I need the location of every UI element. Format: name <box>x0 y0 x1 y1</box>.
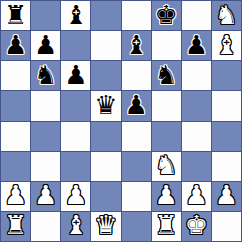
square-g2[interactable]: ♟ <box>182 182 211 211</box>
piece-black-bishop[interactable]: ♝ <box>64 2 87 28</box>
piece-white-rook[interactable]: ♜ <box>155 212 178 238</box>
square-c2[interactable]: ♟ <box>61 182 90 211</box>
square-e2[interactable] <box>122 182 151 211</box>
square-f5[interactable] <box>152 91 181 120</box>
piece-black-knight[interactable]: ♞ <box>155 62 178 88</box>
piece-white-knight[interactable]: ♞ <box>215 2 238 28</box>
square-a8[interactable]: ♜ <box>1 1 30 30</box>
piece-white-bishop[interactable]: ♝ <box>64 212 87 238</box>
piece-black-knight[interactable]: ♞ <box>34 62 57 88</box>
piece-black-pawn[interactable]: ♟ <box>185 32 208 58</box>
piece-white-pawn[interactable]: ♟ <box>4 182 27 208</box>
square-e5[interactable]: ♟ <box>122 91 151 120</box>
square-b5[interactable] <box>31 91 60 120</box>
square-d5[interactable]: ♛ <box>91 91 120 120</box>
square-h6[interactable] <box>212 61 241 90</box>
piece-black-pawn[interactable]: ♟ <box>34 32 57 58</box>
piece-black-king[interactable]: ♚ <box>155 2 178 28</box>
piece-black-queen[interactable]: ♛ <box>94 92 117 118</box>
square-c5[interactable] <box>61 91 90 120</box>
square-a2[interactable]: ♟ <box>1 182 30 211</box>
square-f6[interactable]: ♞ <box>152 61 181 90</box>
square-d7[interactable] <box>91 31 120 60</box>
square-c3[interactable] <box>61 152 90 181</box>
square-c1[interactable]: ♝ <box>61 212 90 241</box>
square-e6[interactable] <box>122 61 151 90</box>
square-g4[interactable] <box>182 122 211 151</box>
square-d3[interactable] <box>91 152 120 181</box>
square-a4[interactable] <box>1 122 30 151</box>
square-e1[interactable] <box>122 212 151 241</box>
square-g5[interactable] <box>182 91 211 120</box>
piece-white-pawn[interactable]: ♟ <box>185 182 208 208</box>
square-e4[interactable] <box>122 122 151 151</box>
piece-white-pawn[interactable]: ♟ <box>34 182 57 208</box>
piece-black-pawn[interactable]: ♟ <box>4 32 27 58</box>
piece-white-pawn[interactable]: ♟ <box>155 182 178 208</box>
square-h5[interactable] <box>212 91 241 120</box>
square-e8[interactable] <box>122 1 151 30</box>
chess-board: ♜♝♚♞♟♟♝♟♝♞♟♞♛♟♞♟♟♟♟♟♟♜♝♛♜♚ <box>0 0 242 242</box>
square-g6[interactable] <box>182 61 211 90</box>
square-e7[interactable]: ♝ <box>122 31 151 60</box>
piece-white-knight[interactable]: ♞ <box>155 152 178 178</box>
piece-black-pawn[interactable]: ♟ <box>124 92 147 118</box>
square-b7[interactable]: ♟ <box>31 31 60 60</box>
piece-white-king[interactable]: ♚ <box>185 212 208 238</box>
square-g1[interactable]: ♚ <box>182 212 211 241</box>
square-a3[interactable] <box>1 152 30 181</box>
square-d6[interactable] <box>91 61 120 90</box>
square-a5[interactable] <box>1 91 30 120</box>
square-f8[interactable]: ♚ <box>152 1 181 30</box>
square-g7[interactable]: ♟ <box>182 31 211 60</box>
piece-black-bishop[interactable]: ♝ <box>124 32 147 58</box>
piece-white-pawn[interactable]: ♟ <box>64 182 87 208</box>
square-h4[interactable] <box>212 122 241 151</box>
piece-white-bishop[interactable]: ♝ <box>215 32 238 58</box>
square-b4[interactable] <box>31 122 60 151</box>
square-a6[interactable] <box>1 61 30 90</box>
square-f7[interactable] <box>152 31 181 60</box>
square-h7[interactable]: ♝ <box>212 31 241 60</box>
square-a7[interactable]: ♟ <box>1 31 30 60</box>
square-h1[interactable] <box>212 212 241 241</box>
square-f1[interactable]: ♜ <box>152 212 181 241</box>
piece-black-rook[interactable]: ♜ <box>4 2 27 28</box>
square-b1[interactable] <box>31 212 60 241</box>
piece-white-rook[interactable]: ♜ <box>4 212 27 238</box>
square-g3[interactable] <box>182 152 211 181</box>
square-a1[interactable]: ♜ <box>1 212 30 241</box>
square-b6[interactable]: ♞ <box>31 61 60 90</box>
square-e3[interactable] <box>122 152 151 181</box>
square-b2[interactable]: ♟ <box>31 182 60 211</box>
square-f3[interactable]: ♞ <box>152 152 181 181</box>
square-c6[interactable]: ♟ <box>61 61 90 90</box>
piece-white-queen[interactable]: ♛ <box>94 212 117 238</box>
piece-black-pawn[interactable]: ♟ <box>64 62 87 88</box>
square-c4[interactable] <box>61 122 90 151</box>
square-d8[interactable] <box>91 1 120 30</box>
square-g8[interactable] <box>182 1 211 30</box>
square-c8[interactable]: ♝ <box>61 1 90 30</box>
square-f4[interactable] <box>152 122 181 151</box>
square-h3[interactable] <box>212 152 241 181</box>
square-h2[interactable]: ♟ <box>212 182 241 211</box>
square-b8[interactable] <box>31 1 60 30</box>
square-d2[interactable] <box>91 182 120 211</box>
square-h8[interactable]: ♞ <box>212 1 241 30</box>
square-b3[interactable] <box>31 152 60 181</box>
square-d1[interactable]: ♛ <box>91 212 120 241</box>
piece-white-pawn[interactable]: ♟ <box>215 182 238 208</box>
square-f2[interactable]: ♟ <box>152 182 181 211</box>
square-d4[interactable] <box>91 122 120 151</box>
square-c7[interactable] <box>61 31 90 60</box>
